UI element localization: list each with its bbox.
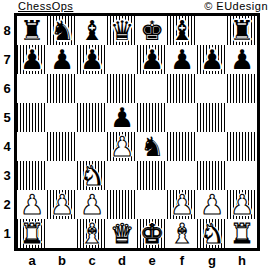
black-pawn-piece: ♟ xyxy=(140,45,164,74)
app-title-link[interactable]: ChessOps xyxy=(18,1,73,12)
rank-label-8: 8 xyxy=(0,16,14,45)
file-label-d: d xyxy=(107,252,137,268)
white-pawn-piece: ♟ xyxy=(230,190,254,219)
rank-label-7: 7 xyxy=(0,45,14,74)
black-knight-piece: ♞ xyxy=(140,132,164,161)
square-a7[interactable]: ♟ xyxy=(17,45,47,74)
white-knight-piece: ♞ xyxy=(200,219,224,248)
rank-label-4: 4 xyxy=(0,132,14,161)
square-c1[interactable]: ♝ xyxy=(77,219,107,248)
rank-label-2: 2 xyxy=(0,190,14,219)
black-pawn-piece: ♟ xyxy=(50,45,74,74)
white-pawn-piece: ♟ xyxy=(80,190,104,219)
square-f2[interactable]: ♟ xyxy=(167,190,197,219)
white-king-piece: ♚ xyxy=(140,219,164,248)
file-label-f: f xyxy=(167,252,197,268)
file-label-b: b xyxy=(47,252,77,268)
square-d2[interactable] xyxy=(107,190,137,219)
black-pawn-piece: ♟ xyxy=(110,103,134,132)
square-b3[interactable] xyxy=(47,161,77,190)
rank-label-5: 5 xyxy=(0,103,14,132)
white-rook-piece: ♜ xyxy=(20,219,44,248)
square-d7[interactable] xyxy=(107,45,137,74)
white-pawn-piece: ♟ xyxy=(200,190,224,219)
square-e7[interactable]: ♟ xyxy=(137,45,167,74)
square-d6[interactable] xyxy=(107,74,137,103)
square-d8[interactable]: ♛ xyxy=(107,16,137,45)
rank-label-3: 3 xyxy=(0,161,14,190)
square-b8[interactable]: ♞ xyxy=(47,16,77,45)
square-f4[interactable] xyxy=(167,132,197,161)
black-pawn-piece: ♟ xyxy=(20,45,44,74)
rank-label-1: 1 xyxy=(0,219,14,248)
square-h1[interactable]: ♜ xyxy=(227,219,257,248)
square-g1[interactable]: ♞ xyxy=(197,219,227,248)
square-b2[interactable]: ♟ xyxy=(47,190,77,219)
square-e5[interactable] xyxy=(137,103,167,132)
black-bishop-piece: ♝ xyxy=(170,16,194,45)
square-g5[interactable] xyxy=(197,103,227,132)
black-pawn-piece: ♟ xyxy=(230,45,254,74)
square-b4[interactable] xyxy=(47,132,77,161)
file-labels: abcdefgh xyxy=(17,252,257,268)
square-f7[interactable]: ♟ xyxy=(167,45,197,74)
square-f6[interactable] xyxy=(167,74,197,103)
black-pawn-piece: ♟ xyxy=(80,45,104,74)
chess-board: ♜♞♝♛♚♝♜♟♟♟♟♟♟♟♟♟♞♞♟♟♟♟♟♟♜♝♛♚♝♞♜ xyxy=(14,13,260,251)
white-bishop-piece: ♝ xyxy=(80,219,104,248)
black-pawn-piece: ♟ xyxy=(200,45,224,74)
square-h6[interactable] xyxy=(227,74,257,103)
square-e6[interactable] xyxy=(137,74,167,103)
square-a6[interactable] xyxy=(17,74,47,103)
square-e2[interactable] xyxy=(137,190,167,219)
square-c5[interactable] xyxy=(77,103,107,132)
black-knight-piece: ♞ xyxy=(50,16,74,45)
square-b1[interactable] xyxy=(47,219,77,248)
square-h4[interactable] xyxy=(227,132,257,161)
square-c4[interactable] xyxy=(77,132,107,161)
square-e4[interactable]: ♞ xyxy=(137,132,167,161)
square-c8[interactable]: ♝ xyxy=(77,16,107,45)
square-d3[interactable] xyxy=(107,161,137,190)
square-e8[interactable]: ♚ xyxy=(137,16,167,45)
white-pawn-piece: ♟ xyxy=(50,190,74,219)
square-g7[interactable]: ♟ xyxy=(197,45,227,74)
square-f1[interactable]: ♝ xyxy=(167,219,197,248)
square-g4[interactable] xyxy=(197,132,227,161)
square-a2[interactable]: ♟ xyxy=(17,190,47,219)
white-pawn-piece: ♟ xyxy=(20,190,44,219)
white-pawn-piece: ♟ xyxy=(170,190,194,219)
square-e3[interactable] xyxy=(137,161,167,190)
square-a8[interactable]: ♜ xyxy=(17,16,47,45)
square-g8[interactable] xyxy=(197,16,227,45)
copyright-text: © EUdesign xyxy=(204,1,268,12)
square-b5[interactable] xyxy=(47,103,77,132)
white-knight-piece: ♞ xyxy=(80,161,104,190)
square-a1[interactable]: ♜ xyxy=(17,219,47,248)
square-a3[interactable] xyxy=(17,161,47,190)
square-c6[interactable] xyxy=(77,74,107,103)
square-h8[interactable]: ♜ xyxy=(227,16,257,45)
square-h5[interactable] xyxy=(227,103,257,132)
black-rook-piece: ♜ xyxy=(20,16,44,45)
square-h7[interactable]: ♟ xyxy=(227,45,257,74)
square-c7[interactable]: ♟ xyxy=(77,45,107,74)
file-label-e: e xyxy=(137,252,167,268)
black-pawn-piece: ♟ xyxy=(170,45,194,74)
square-g3[interactable] xyxy=(197,161,227,190)
square-f5[interactable] xyxy=(167,103,197,132)
square-e1[interactable]: ♚ xyxy=(137,219,167,248)
white-bishop-piece: ♝ xyxy=(170,219,194,248)
white-pawn-piece: ♟ xyxy=(110,132,134,161)
square-h2[interactable]: ♟ xyxy=(227,190,257,219)
square-f8[interactable]: ♝ xyxy=(167,16,197,45)
black-rook-piece: ♜ xyxy=(230,16,254,45)
square-c3[interactable]: ♞ xyxy=(77,161,107,190)
black-queen-piece: ♛ xyxy=(110,16,134,45)
square-g6[interactable] xyxy=(197,74,227,103)
square-b6[interactable] xyxy=(47,74,77,103)
square-a4[interactable] xyxy=(17,132,47,161)
rank-label-6: 6 xyxy=(0,74,14,103)
square-b7[interactable]: ♟ xyxy=(47,45,77,74)
white-queen-piece: ♛ xyxy=(110,219,134,248)
file-label-c: c xyxy=(77,252,107,268)
square-d1[interactable]: ♛ xyxy=(107,219,137,248)
square-d5[interactable]: ♟ xyxy=(107,103,137,132)
square-f3[interactable] xyxy=(167,161,197,190)
square-g2[interactable]: ♟ xyxy=(197,190,227,219)
square-c2[interactable]: ♟ xyxy=(77,190,107,219)
file-label-g: g xyxy=(197,252,227,268)
white-rook-piece: ♜ xyxy=(230,219,254,248)
square-h3[interactable] xyxy=(227,161,257,190)
black-king-piece: ♚ xyxy=(140,16,164,45)
square-d4[interactable]: ♟ xyxy=(107,132,137,161)
black-bishop-piece: ♝ xyxy=(80,16,104,45)
file-label-a: a xyxy=(17,252,47,268)
rank-labels: 87654321 xyxy=(0,16,14,248)
square-a5[interactable] xyxy=(17,103,47,132)
file-label-h: h xyxy=(227,252,257,268)
